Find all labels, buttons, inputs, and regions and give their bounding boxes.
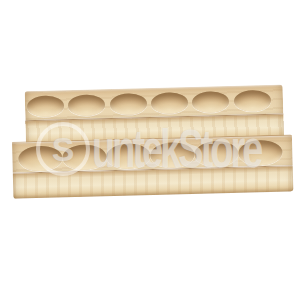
lower-tier bbox=[12, 134, 293, 196]
pit-top-4[interactable] bbox=[151, 92, 189, 114]
pit-top-1[interactable] bbox=[27, 95, 65, 117]
pit-bottom-3[interactable] bbox=[106, 143, 151, 169]
mancala-board bbox=[11, 84, 294, 197]
pit-top-5[interactable] bbox=[192, 90, 230, 112]
page-background: S untekStore bbox=[0, 0, 300, 300]
pit-bottom-2[interactable] bbox=[62, 144, 107, 170]
pit-bottom-4[interactable] bbox=[150, 141, 195, 167]
pit-bottom-5[interactable] bbox=[194, 140, 239, 166]
pit-top-2[interactable] bbox=[68, 94, 106, 116]
pit-bottom-6[interactable] bbox=[238, 139, 283, 165]
pit-bottom-1[interactable] bbox=[18, 145, 63, 171]
pit-top-6[interactable] bbox=[234, 89, 272, 111]
upper-tier bbox=[25, 85, 284, 144]
pit-top-3[interactable] bbox=[110, 93, 148, 115]
